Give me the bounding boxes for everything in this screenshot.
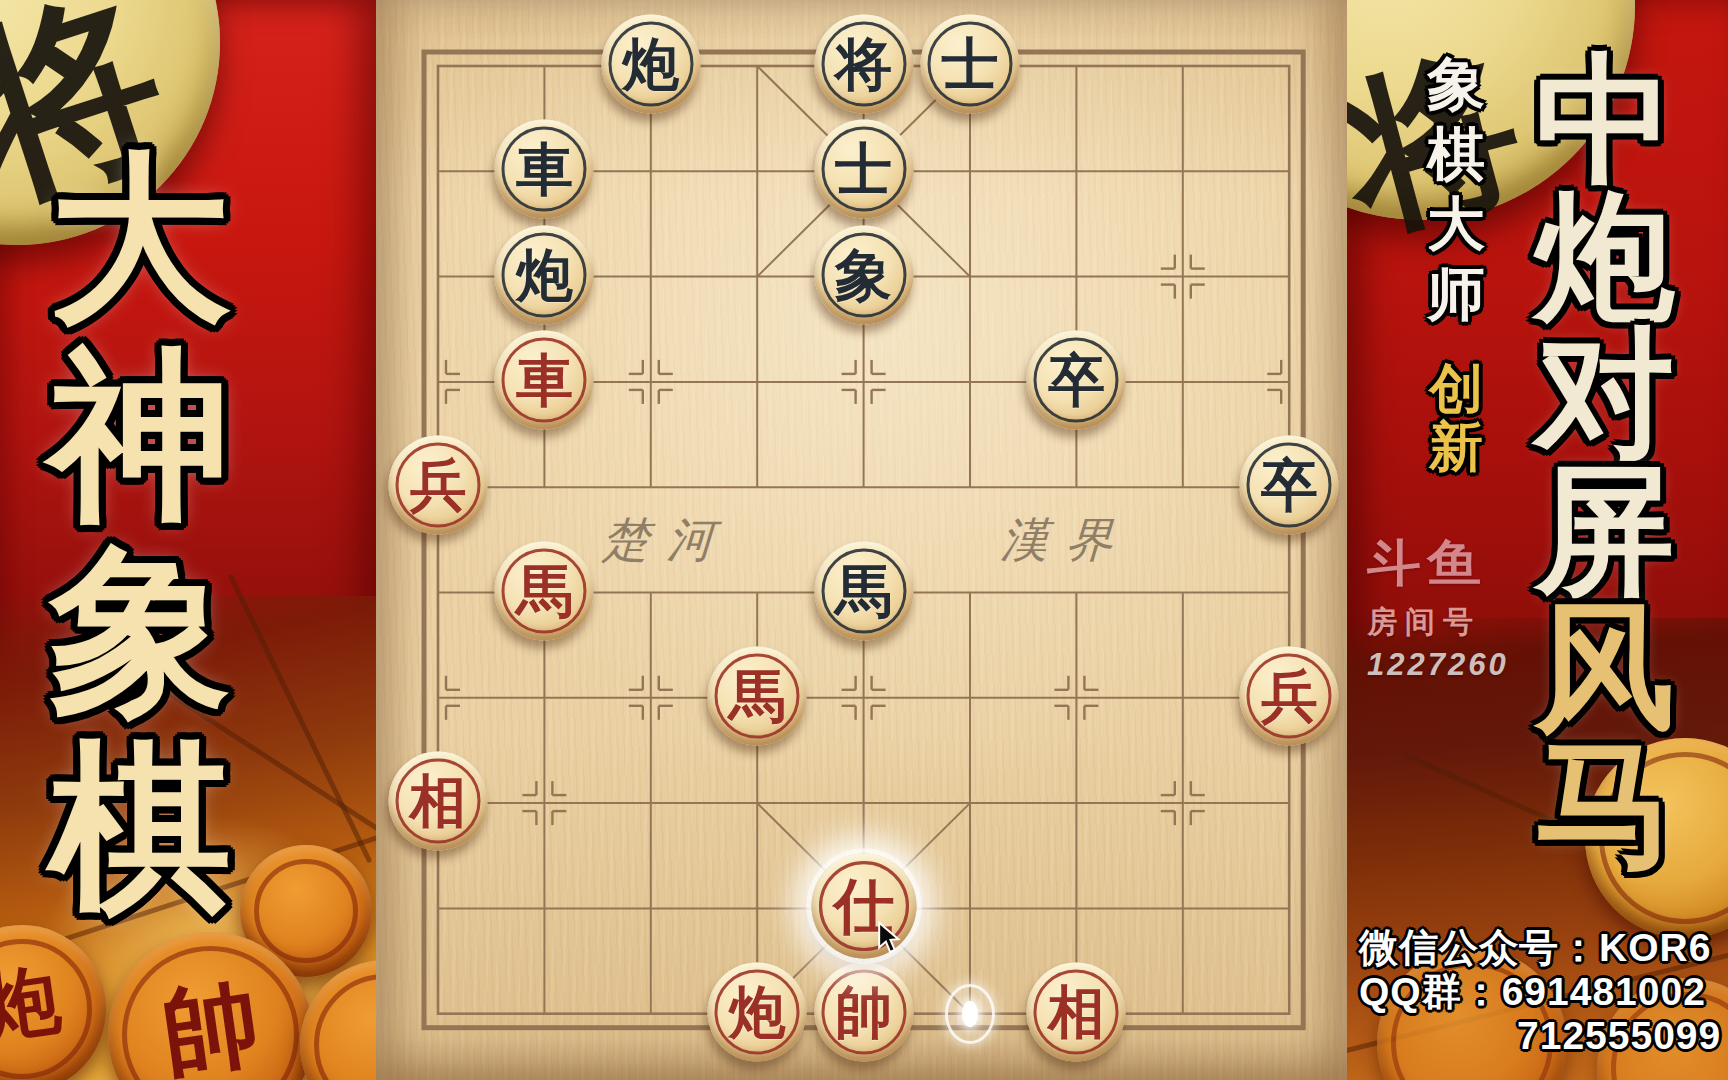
river-label-hanjie: 漢界 bbox=[999, 509, 1132, 572]
piece-black-f3r1[interactable]: 炮 bbox=[601, 15, 700, 114]
accent-char: 新 bbox=[1421, 418, 1491, 476]
piece-red-f1r8[interactable]: 相 bbox=[389, 752, 488, 851]
piece-black-f2r2[interactable]: 車 bbox=[495, 120, 594, 219]
piece-red-f1r5[interactable]: 兵 bbox=[389, 436, 488, 535]
douyu-watermark: 斗鱼 房间号 1227260 bbox=[1367, 527, 1509, 683]
piece-glyph: 相 bbox=[410, 773, 467, 830]
title-char: 神 bbox=[40, 339, 240, 535]
main-title-char: 对 bbox=[1527, 326, 1682, 463]
last-move-origin-dot bbox=[945, 984, 995, 1044]
left-banner-title: 大 神 象 棋 bbox=[40, 143, 240, 927]
piece-glyph: 炮 bbox=[516, 246, 573, 303]
main-title-char: 中 bbox=[1527, 52, 1682, 189]
title-char: 大 bbox=[40, 143, 240, 339]
piece-red-f4r7[interactable]: 馬 bbox=[708, 646, 807, 745]
contact-wechat: 微信公众号：KOR6 bbox=[1359, 926, 1721, 970]
piece-red-f2r4[interactable]: 車 bbox=[495, 330, 594, 429]
piece-glyph: 卒 bbox=[1048, 351, 1105, 408]
main-title-char: 屏 bbox=[1527, 463, 1682, 600]
piece-glyph: 車 bbox=[516, 351, 573, 408]
piece-black-f5r6[interactable]: 馬 bbox=[814, 541, 913, 640]
subtitle-char: 象 bbox=[1421, 50, 1491, 120]
left-banner: 将 炮 帥 大 神 象 棋 bbox=[0, 0, 376, 1080]
piece-red-f4r10[interactable]: 炮 bbox=[708, 962, 807, 1061]
piece-glyph: 炮 bbox=[729, 983, 786, 1040]
piece-red-f9r7[interactable]: 兵 bbox=[1240, 646, 1339, 745]
piece-glyph: 兵 bbox=[1261, 667, 1318, 724]
piece-red-f2r6[interactable]: 馬 bbox=[495, 541, 594, 640]
piece-glyph: 相 bbox=[1048, 983, 1105, 1040]
river-label-chuhe: 楚河 bbox=[600, 509, 733, 572]
contact-qq-group-2: 712555099 bbox=[1359, 1014, 1721, 1058]
subtitle-char: 大 bbox=[1421, 190, 1491, 260]
main-title-char: 马 bbox=[1527, 737, 1682, 874]
subtitle-char: 师 bbox=[1421, 260, 1491, 330]
main-title-char: 炮 bbox=[1527, 189, 1682, 326]
piece-black-f6r1[interactable]: 士 bbox=[921, 15, 1020, 114]
piece-glyph: 馬 bbox=[835, 562, 892, 619]
right-banner-title: 中 炮 对 屏 风 马 bbox=[1527, 52, 1682, 874]
title-char: 棋 bbox=[40, 731, 240, 927]
piece-red-f7r10[interactable]: 相 bbox=[1027, 962, 1126, 1061]
mouse-cursor bbox=[876, 921, 902, 957]
piece-glyph: 士 bbox=[835, 141, 892, 198]
main-title-char: 风 bbox=[1527, 600, 1682, 737]
piece-glyph: 車 bbox=[516, 141, 573, 198]
piece-black-f9r5[interactable]: 卒 bbox=[1240, 436, 1339, 535]
piece-glyph: 象 bbox=[835, 246, 892, 303]
contact-info: 微信公众号：KOR6 QQ群：691481002 712555099 bbox=[1359, 926, 1721, 1058]
right-banner-accent: 创 新 bbox=[1421, 360, 1491, 476]
piece-black-f5r1[interactable]: 将 bbox=[814, 15, 913, 114]
xiangqi-board[interactable]: 楚河 漢界 炮将士車士炮象車卒兵卒馬馬馬兵相仕炮帥相 bbox=[376, 0, 1347, 1080]
screen: 将 炮 帥 大 神 象 棋 楚河 漢界 炮将士車士炮象車卒兵卒馬馬馬兵相仕炮 bbox=[0, 0, 1728, 1080]
douyu-logo: 斗鱼 bbox=[1367, 530, 1509, 597]
piece-red-f5r10[interactable]: 帥 bbox=[814, 962, 913, 1061]
douyu-room-number: 1227260 bbox=[1367, 647, 1509, 683]
right-banner: 将 象 棋 大 师 创 新 中 炮 对 屏 风 马 斗鱼 bbox=[1347, 0, 1728, 1080]
piece-glyph: 帥 bbox=[835, 983, 892, 1040]
piece-glyph: 炮 bbox=[622, 36, 679, 93]
piece-black-f2r3[interactable]: 炮 bbox=[495, 225, 594, 324]
piece-glyph: 馬 bbox=[516, 562, 573, 619]
piece-black-f5r2[interactable]: 士 bbox=[814, 120, 913, 219]
piece-glyph: 兵 bbox=[410, 457, 467, 514]
title-char: 象 bbox=[40, 535, 240, 731]
piece-glyph: 将 bbox=[835, 36, 892, 93]
accent-char: 创 bbox=[1421, 360, 1491, 418]
piece-glyph: 馬 bbox=[729, 667, 786, 724]
right-banner-subtitle: 象 棋 大 师 创 新 bbox=[1421, 50, 1491, 476]
douyu-room-label: 房间号 bbox=[1367, 602, 1509, 643]
subtitle-char: 棋 bbox=[1421, 120, 1491, 190]
piece-glyph: 士 bbox=[942, 36, 999, 93]
contact-qq-group: QQ群：691481002 bbox=[1359, 970, 1721, 1014]
piece-black-f5r3[interactable]: 象 bbox=[814, 225, 913, 324]
piece-black-f7r4[interactable]: 卒 bbox=[1027, 330, 1126, 429]
piece-glyph: 卒 bbox=[1261, 457, 1318, 514]
